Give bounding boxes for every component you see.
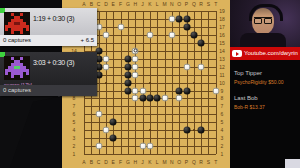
coordinate-label: 17: [219, 24, 225, 29]
stone-white-M8: [161, 95, 168, 102]
stone-black-J8: [139, 95, 146, 102]
last-move-marker: [133, 49, 137, 53]
overlay-corner-box: [285, 159, 300, 168]
stone-black-O9: [176, 87, 183, 94]
coordinate-label: 16: [219, 32, 225, 37]
star-point: [149, 82, 151, 84]
stone-white-N16: [168, 31, 175, 38]
stone-black-P17: [183, 23, 190, 30]
stone-black-E3: [110, 135, 117, 142]
coordinate-label: J: [141, 160, 144, 165]
coordinate-label: S: [207, 2, 210, 7]
coordinate-label: H: [133, 160, 137, 165]
stone-white-H12: [132, 63, 139, 70]
coordinate-label: 8: [221, 96, 224, 101]
youtube-banner[interactable]: Youtube.com/dwyrin: [230, 47, 300, 60]
coordinate-label: F: [119, 160, 122, 165]
grid-line: [208, 11, 209, 154]
coordinate-label: 5: [221, 120, 224, 125]
grid-line: [84, 138, 216, 139]
coordinate-label: E: [112, 2, 115, 7]
white-captures-row: 0 captures + 6.5: [0, 35, 97, 46]
stream-frame: AA1919BB1818CC1717DD1616EE1515FF1414GG13…: [0, 0, 300, 168]
glasses-icon: [254, 17, 272, 23]
webcam-view: [230, 0, 300, 47]
star-point: [105, 82, 107, 84]
stone-white-D13: [102, 55, 109, 62]
coordinate-label: Q: [192, 160, 196, 165]
coordinate-label: 6: [221, 112, 224, 117]
coordinate-label: N: [170, 160, 174, 165]
coordinate-label: T: [214, 2, 217, 7]
stone-black-G12: [124, 63, 131, 70]
coordinate-label: 5: [73, 120, 76, 125]
coordinate-label: S: [207, 160, 210, 165]
stone-black-Q16: [190, 31, 197, 38]
stone-white-D4: [102, 127, 109, 134]
coordinate-label: J: [141, 2, 144, 7]
stone-white-F17: [117, 23, 124, 30]
stone-white-H11: [132, 71, 139, 78]
stone-black-G9: [124, 87, 131, 94]
white-captures: 0 captures: [3, 35, 31, 46]
grid-line: [84, 91, 216, 92]
black-player-card: 3:03 + 0:30 (3) neoran [17k] 0 captures: [0, 52, 97, 96]
coordinate-label: H: [133, 2, 137, 7]
star-point: [193, 129, 195, 131]
coordinate-label: R: [199, 2, 203, 7]
grid-line: [157, 11, 158, 154]
top-tipper-label: Top Tipper: [234, 70, 262, 76]
coordinate-label: 3: [73, 136, 76, 141]
stone-white-C6: [95, 111, 102, 118]
star-point: [193, 82, 195, 84]
coordinate-label: 1: [221, 152, 224, 157]
stone-black-G11: [124, 71, 131, 78]
coordinate-label: M: [162, 160, 166, 165]
coordinate-label: G: [126, 160, 130, 165]
coordinate-label: B: [90, 2, 93, 7]
coordinate-label: C: [97, 2, 101, 7]
coordinate-label: T: [214, 160, 217, 165]
coordinate-label: 14: [219, 48, 225, 53]
stone-white-J9: [139, 87, 146, 94]
stone-white-N18: [168, 15, 175, 22]
coordinate-label: M: [162, 2, 166, 7]
stone-white-P12: [183, 63, 190, 70]
stone-black-L8: [154, 95, 161, 102]
stone-white-D12: [102, 63, 109, 70]
stone-white-R12: [198, 63, 205, 70]
last-tip-label: Last Bob: [234, 95, 258, 101]
coordinate-label: N: [170, 2, 174, 7]
grid-line: [165, 11, 166, 154]
black-clock: 3:03 + 0:30 (3): [33, 59, 74, 66]
top-tipper-value: PsychoRigidity $50.00: [234, 79, 283, 85]
coordinate-label: 12: [219, 64, 225, 69]
coordinate-label: D: [104, 2, 108, 7]
coordinate-label: C: [97, 160, 101, 165]
grid-line: [84, 114, 216, 115]
coordinate-label: 11: [219, 72, 224, 77]
stone-black-R4: [198, 127, 205, 134]
coordinate-label: 15: [219, 40, 225, 45]
youtube-play-icon: [232, 50, 242, 57]
coordinate-label: O: [177, 160, 181, 165]
stone-black-E5: [110, 119, 117, 126]
grid-line: [216, 11, 217, 154]
grid-line: [179, 11, 180, 154]
stone-black-P18: [183, 15, 190, 22]
coordinate-label: 3: [221, 136, 224, 141]
coordinate-label: R: [199, 160, 203, 165]
coordinate-label: 8: [73, 96, 76, 101]
coordinate-label: 9: [221, 88, 224, 93]
grid-line: [84, 154, 216, 155]
stone-black-K8: [146, 95, 153, 102]
coordinate-label: 7: [73, 104, 76, 109]
stone-white-H14: [132, 47, 139, 54]
stone-white-H8: [132, 95, 139, 102]
stone-black-G13: [124, 55, 131, 62]
coordinate-label: 1: [73, 152, 76, 157]
stone-white-D16: [102, 31, 109, 38]
coordinate-label: Q: [192, 2, 196, 7]
stream-sidebar: Youtube.com/dwyrin Top Tipper PsychoRigi…: [230, 0, 300, 168]
stone-white-O8: [176, 95, 183, 102]
white-clock: 1:19 + 0:30 (3): [33, 15, 74, 22]
coordinate-label: 13: [219, 56, 225, 61]
coordinate-label: F: [119, 2, 122, 7]
stone-white-J2: [139, 143, 146, 150]
black-captures-row: 0 captures: [0, 85, 97, 96]
coordinate-label: L: [156, 160, 159, 165]
grid-line: [84, 106, 216, 107]
coordinate-label: 4: [221, 128, 224, 133]
coordinate-label: A: [82, 2, 85, 7]
coordinate-label: 18: [219, 16, 225, 21]
stone-black-P4: [183, 127, 190, 134]
coordinate-label: 6: [73, 112, 76, 117]
white-player-avatar: [4, 12, 30, 36]
coordinate-label: D: [104, 160, 108, 165]
stone-white-H9: [132, 87, 139, 94]
black-player-avatar: [4, 56, 30, 80]
coordinate-label: 7: [221, 104, 224, 109]
stone-white-H13: [132, 55, 139, 62]
coordinate-label: B: [90, 160, 93, 165]
coordinate-label: L: [156, 2, 159, 7]
black-captures: 0 captures: [3, 85, 31, 96]
coordinate-label: 4: [73, 128, 76, 133]
stone-black-R15: [198, 39, 205, 46]
white-komi: + 6.5: [80, 35, 94, 46]
coordinate-label: P: [185, 160, 188, 165]
coordinate-label: 10: [219, 80, 225, 85]
stone-black-O18: [176, 15, 183, 22]
star-point: [149, 129, 151, 131]
coordinate-label: A: [82, 160, 85, 165]
youtube-channel-url: Youtube.com/dwyrin: [244, 47, 298, 60]
coordinate-label: K: [148, 160, 151, 165]
stone-white-C2: [95, 143, 102, 150]
stone-black-P9: [183, 87, 190, 94]
coordinate-label: 2: [221, 144, 224, 149]
grid-line: [84, 122, 216, 123]
coordinate-label: O: [177, 2, 181, 7]
last-tip-value: Bob-R $13.37: [234, 104, 265, 110]
stone-white-K2: [146, 143, 153, 150]
coordinate-label: K: [148, 2, 151, 7]
stone-white-T9: [212, 87, 219, 94]
white-player-card: 1:19 + 0:30 (3) elsdin [7k] 0 captures +…: [0, 8, 97, 46]
coordinate-label: 19: [219, 9, 225, 14]
stone-white-K16: [146, 31, 153, 38]
coordinate-label: P: [185, 2, 188, 7]
coordinate-label: G: [126, 2, 130, 7]
streamer-shoulders: [240, 33, 286, 47]
stone-black-G10: [124, 79, 131, 86]
coordinate-label: E: [112, 160, 115, 165]
coordinate-label: 2: [73, 144, 76, 149]
